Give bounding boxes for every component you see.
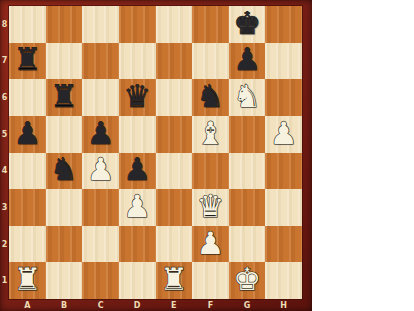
rank-label-7: 7 [0,43,9,80]
piece-white-bishop[interactable]: ♝ [197,118,225,149]
square-h2[interactable] [265,226,302,263]
file-label-a: A [9,299,46,311]
square-f6[interactable]: ♞ [192,79,229,116]
board-squares: ♚♜♟♜♛♞♞♟♟♝♟♞♟♟♟♛♟♜♜♚ [9,6,302,299]
file-label-g: G [229,299,266,311]
square-c6[interactable] [82,79,119,116]
chess-board: ♚♜♟♜♛♞♞♟♟♝♟♞♟♟♟♛♟♜♜♚ 87654321 ABCDEFGH [0,0,312,311]
square-d7[interactable] [119,43,156,80]
piece-white-pawn[interactable]: ♟ [87,154,115,185]
square-h1[interactable] [265,262,302,299]
square-a5[interactable]: ♟ [9,116,46,153]
square-e6[interactable] [156,79,193,116]
square-b2[interactable] [46,226,83,263]
square-c7[interactable] [82,43,119,80]
square-d8[interactable] [119,6,156,43]
square-a6[interactable] [9,79,46,116]
square-f8[interactable] [192,6,229,43]
square-d3[interactable]: ♟ [119,189,156,226]
square-b6[interactable]: ♜ [46,79,83,116]
square-h4[interactable] [265,153,302,190]
square-e3[interactable] [156,189,193,226]
piece-black-knight[interactable]: ♞ [50,154,78,185]
piece-black-king[interactable]: ♚ [233,8,261,39]
square-b5[interactable] [46,116,83,153]
square-b4[interactable]: ♞ [46,153,83,190]
piece-white-rook[interactable]: ♜ [13,264,41,295]
square-f2[interactable]: ♟ [192,226,229,263]
square-a2[interactable] [9,226,46,263]
square-a3[interactable] [9,189,46,226]
square-g7[interactable]: ♟ [229,43,266,80]
page: ♚♜♟♜♛♞♞♟♟♝♟♞♟♟♟♛♟♜♜♚ 87654321 ABCDEFGH [0,0,414,311]
square-c5[interactable]: ♟ [82,116,119,153]
square-h5[interactable]: ♟ [265,116,302,153]
square-h3[interactable] [265,189,302,226]
rank-label-3: 3 [0,189,9,226]
rank-label-1: 1 [0,262,9,299]
square-g5[interactable] [229,116,266,153]
square-h6[interactable] [265,79,302,116]
square-c4[interactable]: ♟ [82,153,119,190]
file-label-c: C [82,299,119,311]
file-label-e: E [156,299,193,311]
rank-label-6: 6 [0,79,9,116]
piece-black-rook[interactable]: ♜ [50,81,78,112]
square-e4[interactable] [156,153,193,190]
square-a4[interactable] [9,153,46,190]
piece-black-queen[interactable]: ♛ [123,81,151,112]
piece-white-rook[interactable]: ♜ [160,264,188,295]
square-f3[interactable]: ♛ [192,189,229,226]
square-f1[interactable] [192,262,229,299]
rank-label-8: 8 [0,6,9,43]
square-c1[interactable] [82,262,119,299]
square-e1[interactable]: ♜ [156,262,193,299]
square-c2[interactable] [82,226,119,263]
square-b7[interactable] [46,43,83,80]
file-label-f: F [192,299,229,311]
rank-label-2: 2 [0,226,9,263]
square-f7[interactable] [192,43,229,80]
square-h8[interactable] [265,6,302,43]
square-b8[interactable] [46,6,83,43]
square-e8[interactable] [156,6,193,43]
square-g1[interactable]: ♚ [229,262,266,299]
square-g6[interactable]: ♞ [229,79,266,116]
square-d6[interactable]: ♛ [119,79,156,116]
square-f5[interactable]: ♝ [192,116,229,153]
square-e2[interactable] [156,226,193,263]
square-b3[interactable] [46,189,83,226]
square-d1[interactable] [119,262,156,299]
piece-white-pawn[interactable]: ♟ [270,118,298,149]
square-a7[interactable]: ♜ [9,43,46,80]
file-label-b: B [46,299,83,311]
rank-label-5: 5 [0,116,9,153]
square-g4[interactable] [229,153,266,190]
square-f4[interactable] [192,153,229,190]
file-label-d: D [119,299,156,311]
square-a8[interactable] [9,6,46,43]
piece-black-pawn[interactable]: ♟ [123,154,151,185]
square-g2[interactable] [229,226,266,263]
piece-white-king[interactable]: ♚ [233,264,261,295]
rank-label-4: 4 [0,153,9,190]
piece-black-pawn[interactable]: ♟ [13,118,41,149]
piece-black-pawn[interactable]: ♟ [87,118,115,149]
square-b1[interactable] [46,262,83,299]
square-h7[interactable] [265,43,302,80]
square-d2[interactable] [119,226,156,263]
piece-white-queen[interactable]: ♛ [197,191,225,222]
square-a1[interactable]: ♜ [9,262,46,299]
square-d4[interactable]: ♟ [119,153,156,190]
square-e5[interactable] [156,116,193,153]
square-c3[interactable] [82,189,119,226]
square-g3[interactable] [229,189,266,226]
piece-white-pawn[interactable]: ♟ [197,228,225,259]
piece-black-pawn[interactable]: ♟ [233,44,261,75]
square-d5[interactable] [119,116,156,153]
square-g8[interactable]: ♚ [229,6,266,43]
piece-black-knight[interactable]: ♞ [197,81,225,112]
square-c8[interactable] [82,6,119,43]
piece-black-rook[interactable]: ♜ [13,44,41,75]
square-e7[interactable] [156,43,193,80]
piece-white-knight[interactable]: ♞ [233,81,261,112]
piece-white-pawn[interactable]: ♟ [123,191,151,222]
file-label-h: H [265,299,302,311]
